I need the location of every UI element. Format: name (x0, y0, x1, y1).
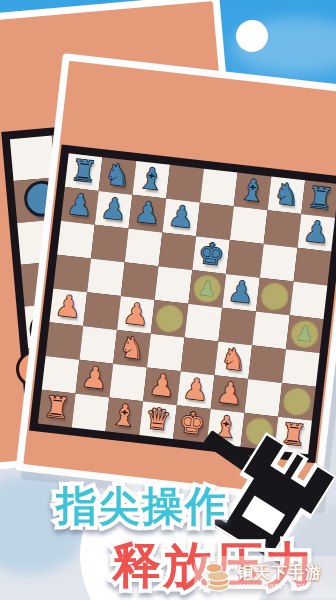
square-b4[interactable] (83, 292, 121, 330)
piece-blue-pawn[interactable]: ♟ (61, 185, 99, 225)
square-b7[interactable]: ♟ (95, 191, 133, 229)
square-g3[interactable] (248, 345, 286, 383)
square-h7[interactable]: ♟ (297, 214, 335, 252)
main-board-card: ♜♞♝♝♞♜♟♟♟♟♟♚♟♟♟♟♟♞♞♟♟♟♟♜♝♛♚♝♜ (15, 53, 336, 505)
move-hint-circle[interactable] (260, 282, 290, 312)
piece-salmon-knight[interactable]: ♞ (113, 328, 151, 368)
promo-screenshot-root: ♜♞♝♝♞♜♟♟♟♟♟♚♟♟♟♟♟♞♞♟♟♟♟♜♝♛♚♝♜ 指尖操作 释放压力 … (0, 0, 336, 600)
square-g8[interactable]: ♞ (268, 176, 306, 214)
square-c3[interactable]: ♞ (113, 330, 151, 368)
square-b5[interactable] (87, 258, 125, 296)
ghost-pawn-icon: ♟ (290, 318, 320, 349)
piece-blue-pawn[interactable]: ♟ (162, 197, 200, 237)
square-h4[interactable]: ♟ (286, 315, 324, 353)
ghost-pawn-icon: ♟ (192, 273, 222, 304)
square-g7[interactable] (264, 210, 302, 248)
piece-blue-pawn[interactable]: ♟ (222, 272, 260, 312)
capture-hint-circle[interactable]: ♟ (192, 274, 222, 304)
card-edge-notch (236, 20, 268, 52)
coins-magnifier-icon (198, 560, 234, 594)
piece-blue-knight[interactable]: ♞ (268, 174, 306, 214)
square-e6[interactable]: ♚ (192, 236, 230, 274)
square-e1[interactable]: ♚ (173, 405, 211, 443)
piece-blue-bishop[interactable]: ♝ (234, 171, 272, 211)
tagline-line1: 指尖操作 (56, 486, 228, 527)
chess-board[interactable]: ♜♞♝♝♞♜♟♟♟♟♟♚♟♟♟♟♟♞♞♟♟♟♟♜♝♛♚♝♜ (38, 153, 336, 454)
square-b6[interactable] (91, 225, 129, 263)
piece-salmon-rook[interactable]: ♜ (38, 388, 76, 428)
main-card-face: ♜♞♝♝♞♜♟♟♟♟♟♚♟♟♟♟♟♞♞♟♟♟♟♜♝♛♚♝♜ (23, 61, 336, 497)
square-f7[interactable] (230, 206, 268, 244)
square-a4[interactable]: ♟ (49, 288, 87, 326)
square-c6[interactable] (125, 229, 163, 267)
piece-salmon-bishop[interactable]: ♝ (105, 395, 143, 435)
square-d1[interactable]: ♛ (139, 401, 177, 439)
square-h5[interactable] (290, 282, 328, 320)
square-b2[interactable]: ♟ (76, 360, 114, 398)
square-e8[interactable] (200, 169, 238, 207)
square-g6[interactable] (260, 244, 298, 282)
piece-salmon-queen[interactable]: ♛ (139, 399, 177, 439)
piece-salmon-pawn[interactable]: ♟ (49, 286, 87, 326)
square-d6[interactable] (158, 232, 196, 270)
piece-blue-king[interactable]: ♚ (192, 234, 230, 274)
chess-board-frame: ♜♞♝♝♞♜♟♟♟♟♟♚♟♟♟♟♟♞♞♟♟♟♟♜♝♛♚♝♜ (29, 144, 336, 463)
square-b1[interactable] (72, 394, 110, 432)
square-g5[interactable] (256, 278, 294, 316)
square-e5[interactable]: ♟ (188, 270, 226, 308)
square-f5[interactable]: ♟ (222, 274, 260, 312)
square-g2[interactable] (244, 379, 282, 417)
piece-blue-pawn[interactable]: ♟ (95, 189, 133, 229)
move-hint-circle[interactable] (155, 304, 185, 334)
square-h3[interactable] (282, 349, 320, 387)
move-hint-circle[interactable] (282, 387, 312, 417)
square-g4[interactable] (252, 312, 290, 350)
watermark-text: 铜天下手游 WWW.168510.COM (237, 564, 322, 591)
square-c7[interactable]: ♟ (129, 195, 167, 233)
square-e4[interactable] (185, 304, 223, 342)
piece-blue-pawn[interactable]: ♟ (297, 212, 335, 252)
piece-blue-pawn[interactable]: ♟ (129, 193, 167, 233)
square-a3[interactable] (46, 322, 84, 360)
capture-hint-circle[interactable]: ♟ (290, 319, 320, 349)
square-d5[interactable] (155, 266, 193, 304)
square-c1[interactable]: ♝ (105, 397, 143, 435)
watermark-badge: 铜天下手游 WWW.168510.COM (194, 556, 336, 598)
watermark-url: WWW.168510.COM (237, 582, 322, 591)
watermark-site-name: 铜天下手游 (237, 564, 322, 582)
square-a7[interactable]: ♟ (61, 187, 99, 225)
square-d7[interactable]: ♟ (162, 199, 200, 237)
square-h6[interactable] (294, 248, 332, 286)
square-f8[interactable]: ♝ (234, 173, 272, 211)
piece-salmon-king[interactable]: ♚ (173, 403, 211, 443)
square-a1[interactable]: ♜ (38, 390, 76, 428)
piece-salmon-pawn[interactable]: ♟ (76, 358, 114, 398)
square-a6[interactable] (57, 221, 95, 259)
square-d4[interactable] (151, 300, 189, 338)
